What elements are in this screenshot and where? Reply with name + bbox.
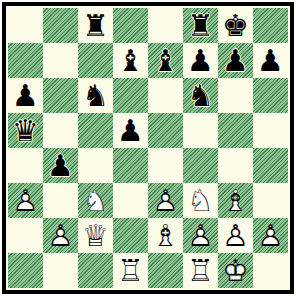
piece-glyph: ♚ xyxy=(218,8,253,43)
board-frame: ♜♜♚♝♝♟♟♟♟♞♞♛♟♟♟♙♞♘♟♙♞♘♝♗♟♙♛♕♝♗♟♙♟♙♟♙♜♖♜♖… xyxy=(2,2,294,294)
square-d1[interactable]: ♜♖ xyxy=(113,253,148,288)
white-queen-piece: ♛♕ xyxy=(78,218,113,253)
square-d6[interactable] xyxy=(113,78,148,113)
piece-glyph: ♙ xyxy=(183,218,218,253)
black-rook-piece: ♜ xyxy=(78,8,113,43)
square-b2[interactable]: ♟♙ xyxy=(43,218,78,253)
square-a5[interactable]: ♛ xyxy=(8,113,43,148)
piece-glyph: ♞ xyxy=(78,78,113,113)
piece-glyph: ♜ xyxy=(78,8,113,43)
black-pawn-piece: ♟ xyxy=(113,113,148,148)
piece-glyph: ♙ xyxy=(148,183,183,218)
square-g7[interactable]: ♟ xyxy=(218,43,253,78)
black-pawn-piece: ♟ xyxy=(43,148,78,183)
white-rook-piece: ♜♖ xyxy=(183,253,218,288)
square-f8[interactable]: ♜ xyxy=(183,8,218,43)
piece-glyph: ♔ xyxy=(218,253,253,288)
black-pawn-piece: ♟ xyxy=(8,78,43,113)
square-b1[interactable] xyxy=(43,253,78,288)
white-bishop-piece: ♝♗ xyxy=(218,183,253,218)
black-knight-piece: ♞ xyxy=(78,78,113,113)
square-g1[interactable]: ♚♔ xyxy=(218,253,253,288)
square-f2[interactable]: ♟♙ xyxy=(183,218,218,253)
square-f3[interactable]: ♞♘ xyxy=(183,183,218,218)
square-a6[interactable]: ♟ xyxy=(8,78,43,113)
piece-glyph: ♝ xyxy=(113,43,148,78)
black-queen-piece: ♛ xyxy=(8,113,43,148)
square-h6[interactable] xyxy=(253,78,288,113)
square-c2[interactable]: ♛♕ xyxy=(78,218,113,253)
square-e8[interactable] xyxy=(148,8,183,43)
square-f6[interactable]: ♞ xyxy=(183,78,218,113)
square-b8[interactable] xyxy=(43,8,78,43)
piece-glyph: ♙ xyxy=(43,218,78,253)
piece-glyph: ♟ xyxy=(218,43,253,78)
square-a1[interactable] xyxy=(8,253,43,288)
square-a8[interactable] xyxy=(8,8,43,43)
square-f7[interactable]: ♟ xyxy=(183,43,218,78)
square-c3[interactable]: ♞♘ xyxy=(78,183,113,218)
white-king-piece: ♚♔ xyxy=(218,253,253,288)
white-pawn-piece: ♟♙ xyxy=(218,218,253,253)
piece-glyph: ♘ xyxy=(183,183,218,218)
square-c6[interactable]: ♞ xyxy=(78,78,113,113)
piece-glyph: ♟ xyxy=(8,78,43,113)
square-e2[interactable]: ♝♗ xyxy=(148,218,183,253)
piece-glyph: ♟ xyxy=(253,43,288,78)
white-pawn-piece: ♟♙ xyxy=(148,183,183,218)
black-bishop-piece: ♝ xyxy=(148,43,183,78)
black-pawn-piece: ♟ xyxy=(218,43,253,78)
chess-board: ♜♜♚♝♝♟♟♟♟♞♞♛♟♟♟♙♞♘♟♙♞♘♝♗♟♙♛♕♝♗♟♙♟♙♟♙♜♖♜♖… xyxy=(8,8,288,288)
piece-glyph: ♕ xyxy=(78,218,113,253)
square-h1[interactable] xyxy=(253,253,288,288)
white-pawn-piece: ♟♙ xyxy=(43,218,78,253)
square-f1[interactable]: ♜♖ xyxy=(183,253,218,288)
square-b7[interactable] xyxy=(43,43,78,78)
square-a7[interactable] xyxy=(8,43,43,78)
piece-glyph: ♝ xyxy=(148,43,183,78)
piece-glyph: ♗ xyxy=(148,218,183,253)
diagram-margin: ♜♜♚♝♝♟♟♟♟♞♞♛♟♟♟♙♞♘♟♙♞♘♝♗♟♙♛♕♝♗♟♙♟♙♟♙♜♖♜♖… xyxy=(0,0,296,296)
square-a3[interactable]: ♟♙ xyxy=(8,183,43,218)
square-d8[interactable] xyxy=(113,8,148,43)
square-c5[interactable] xyxy=(78,113,113,148)
square-g8[interactable]: ♚ xyxy=(218,8,253,43)
piece-glyph: ♟ xyxy=(43,148,78,183)
piece-glyph: ♟ xyxy=(113,113,148,148)
square-g2[interactable]: ♟♙ xyxy=(218,218,253,253)
square-g3[interactable]: ♝♗ xyxy=(218,183,253,218)
black-bishop-piece: ♝ xyxy=(113,43,148,78)
black-rook-piece: ♜ xyxy=(183,8,218,43)
piece-glyph: ♖ xyxy=(113,253,148,288)
square-f4[interactable] xyxy=(183,148,218,183)
square-c8[interactable]: ♜ xyxy=(78,8,113,43)
square-d3[interactable] xyxy=(113,183,148,218)
piece-glyph: ♙ xyxy=(253,218,288,253)
square-e4[interactable] xyxy=(148,148,183,183)
square-h8[interactable] xyxy=(253,8,288,43)
white-pawn-piece: ♟♙ xyxy=(183,218,218,253)
square-c4[interactable] xyxy=(78,148,113,183)
square-g4[interactable] xyxy=(218,148,253,183)
square-a2[interactable] xyxy=(8,218,43,253)
piece-glyph: ♟ xyxy=(183,43,218,78)
square-d4[interactable] xyxy=(113,148,148,183)
square-b4[interactable]: ♟ xyxy=(43,148,78,183)
black-king-piece: ♚ xyxy=(218,8,253,43)
piece-glyph: ♗ xyxy=(218,183,253,218)
black-pawn-piece: ♟ xyxy=(183,43,218,78)
square-g6[interactable] xyxy=(218,78,253,113)
square-a4[interactable] xyxy=(8,148,43,183)
square-c1[interactable] xyxy=(78,253,113,288)
piece-glyph: ♞ xyxy=(183,78,218,113)
piece-glyph: ♙ xyxy=(218,218,253,253)
square-b5[interactable] xyxy=(43,113,78,148)
square-e5[interactable] xyxy=(148,113,183,148)
white-bishop-piece: ♝♗ xyxy=(148,218,183,253)
square-e7[interactable]: ♝ xyxy=(148,43,183,78)
square-d2[interactable] xyxy=(113,218,148,253)
square-e6[interactable] xyxy=(148,78,183,113)
piece-glyph: ♛ xyxy=(8,113,43,148)
square-h5[interactable] xyxy=(253,113,288,148)
square-e1[interactable] xyxy=(148,253,183,288)
black-pawn-piece: ♟ xyxy=(253,43,288,78)
square-c7[interactable] xyxy=(78,43,113,78)
square-h2[interactable]: ♟♙ xyxy=(253,218,288,253)
square-h7[interactable]: ♟ xyxy=(253,43,288,78)
white-knight-piece: ♞♘ xyxy=(78,183,113,218)
square-b6[interactable] xyxy=(43,78,78,113)
piece-glyph: ♖ xyxy=(183,253,218,288)
square-e3[interactable]: ♟♙ xyxy=(148,183,183,218)
white-pawn-piece: ♟♙ xyxy=(253,218,288,253)
piece-glyph: ♘ xyxy=(78,183,113,218)
square-d7[interactable]: ♝ xyxy=(113,43,148,78)
white-knight-piece: ♞♘ xyxy=(183,183,218,218)
piece-glyph: ♜ xyxy=(183,8,218,43)
piece-glyph: ♙ xyxy=(8,183,43,218)
square-b3[interactable] xyxy=(43,183,78,218)
white-rook-piece: ♜♖ xyxy=(113,253,148,288)
square-h4[interactable] xyxy=(253,148,288,183)
square-f5[interactable] xyxy=(183,113,218,148)
square-d5[interactable]: ♟ xyxy=(113,113,148,148)
square-g5[interactable] xyxy=(218,113,253,148)
white-pawn-piece: ♟♙ xyxy=(8,183,43,218)
square-h3[interactable] xyxy=(253,183,288,218)
black-knight-piece: ♞ xyxy=(183,78,218,113)
